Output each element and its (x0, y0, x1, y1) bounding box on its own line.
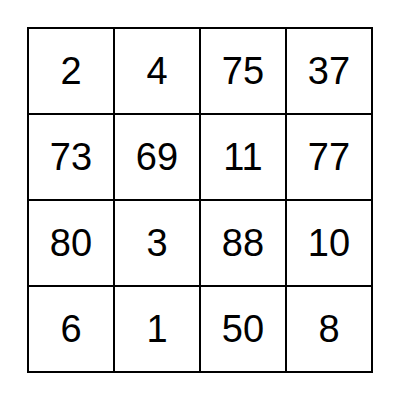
grid-cell-r3c2[interactable]: 50 (201, 287, 285, 371)
grid-cell-r0c3[interactable]: 37 (287, 29, 371, 113)
grid-cell-r2c3[interactable]: 10 (287, 201, 371, 285)
page: 2 4 75 37 73 69 11 77 80 3 88 10 6 1 50 … (0, 0, 400, 400)
grid-cell-r0c1[interactable]: 4 (115, 29, 199, 113)
grid-cell-r0c0[interactable]: 2 (29, 29, 113, 113)
grid-cell-r2c2[interactable]: 88 (201, 201, 285, 285)
grid-cell-r2c1[interactable]: 3 (115, 201, 199, 285)
grid-cell-r1c3[interactable]: 77 (287, 115, 371, 199)
grid-cell-r1c2[interactable]: 11 (201, 115, 285, 199)
number-grid-board: 2 4 75 37 73 69 11 77 80 3 88 10 6 1 50 … (27, 27, 373, 373)
grid-cell-r3c0[interactable]: 6 (29, 287, 113, 371)
grid-cell-r1c1[interactable]: 69 (115, 115, 199, 199)
grid-cell-r2c0[interactable]: 80 (29, 201, 113, 285)
grid-cell-r3c3[interactable]: 8 (287, 287, 371, 371)
grid-cell-r1c0[interactable]: 73 (29, 115, 113, 199)
grid-cell-r0c2[interactable]: 75 (201, 29, 285, 113)
grid-cell-r3c1[interactable]: 1 (115, 287, 199, 371)
